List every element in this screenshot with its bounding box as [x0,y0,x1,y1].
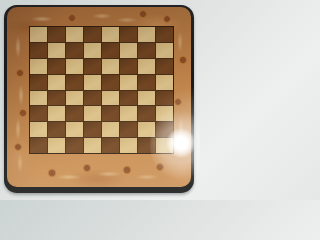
square-e1 [102,138,119,153]
square-b3 [48,106,65,121]
square-d6 [84,59,101,74]
square-g4 [138,91,155,106]
square-d2 [84,122,101,137]
playing-grid [29,26,174,154]
square-h7 [156,43,173,58]
square-b4 [48,91,65,106]
square-g3 [138,106,155,121]
square-a6 [30,59,47,74]
square-a2 [30,122,47,137]
square-g6 [138,59,155,74]
square-d7 [84,43,101,58]
square-h8 [156,27,173,42]
square-f3 [120,106,137,121]
square-h2 [156,122,173,137]
square-h6 [156,59,173,74]
square-g2 [138,122,155,137]
square-f7 [120,43,137,58]
square-a4 [30,91,47,106]
square-b8 [48,27,65,42]
square-b7 [48,43,65,58]
square-d8 [84,27,101,42]
square-c5 [66,75,83,90]
square-b6 [48,59,65,74]
square-e5 [102,75,119,90]
square-h4 [156,91,173,106]
square-g1 [138,138,155,153]
square-a7 [30,43,47,58]
square-h5 [156,75,173,90]
square-c8 [66,27,83,42]
square-e6 [102,59,119,74]
square-c6 [66,59,83,74]
square-e3 [102,106,119,121]
square-a5 [30,75,47,90]
square-g5 [138,75,155,90]
square-d3 [84,106,101,121]
square-c4 [66,91,83,106]
square-d5 [84,75,101,90]
square-e2 [102,122,119,137]
square-f8 [120,27,137,42]
square-e8 [102,27,119,42]
square-a1 [30,138,47,153]
chess-board [4,5,194,193]
square-h1 [156,138,173,153]
square-c3 [66,106,83,121]
square-d4 [84,91,101,106]
square-f6 [120,59,137,74]
square-e7 [102,43,119,58]
board-photo [0,0,200,200]
square-a8 [30,27,47,42]
square-d1 [84,138,101,153]
square-g8 [138,27,155,42]
square-b5 [48,75,65,90]
square-f2 [120,122,137,137]
square-f5 [120,75,137,90]
square-f4 [120,91,137,106]
square-b1 [48,138,65,153]
square-e4 [102,91,119,106]
square-c2 [66,122,83,137]
square-h3 [156,106,173,121]
square-b2 [48,122,65,137]
square-g7 [138,43,155,58]
square-f1 [120,138,137,153]
square-c1 [66,138,83,153]
square-a3 [30,106,47,121]
square-c7 [66,43,83,58]
